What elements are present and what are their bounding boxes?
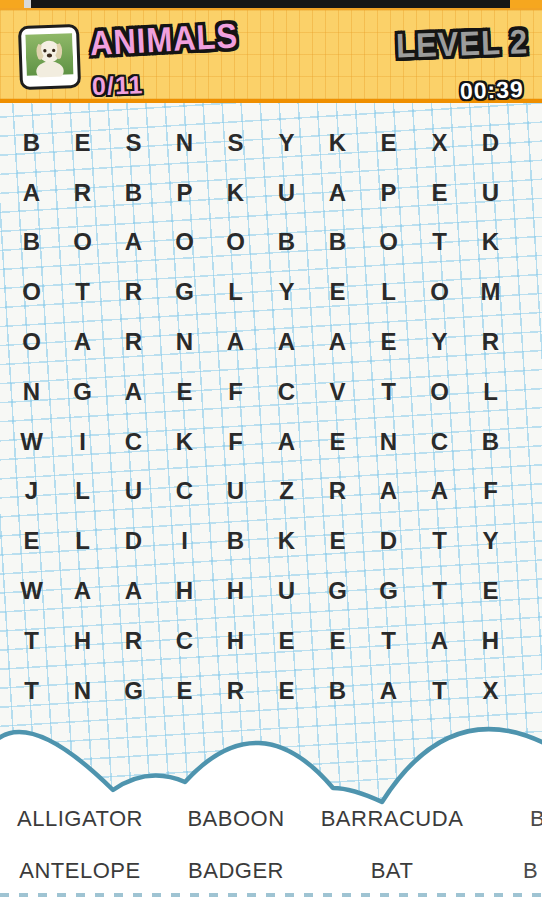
grid-cell[interactable]: L (465, 367, 516, 417)
grid-cell[interactable]: A (108, 218, 159, 268)
word-item: BADGER (158, 858, 314, 884)
grid-cell[interactable]: N (159, 317, 210, 367)
grid-cell[interactable]: A (312, 317, 363, 367)
grid-cell[interactable]: A (363, 467, 414, 517)
grid-cell[interactable]: B (210, 516, 261, 566)
grid-cell[interactable]: N (159, 118, 210, 168)
grid-cell[interactable]: I (159, 516, 210, 566)
grid-cell[interactable]: Y (261, 267, 312, 317)
grid-cell[interactable]: A (57, 566, 108, 616)
grid-cell[interactable]: K (159, 417, 210, 467)
grid-cell[interactable]: Y (414, 317, 465, 367)
level-label: LEVEL 2 (395, 22, 529, 66)
grid-cell[interactable]: G (363, 566, 414, 616)
grid-cell[interactable]: A (312, 168, 363, 218)
word-item-clipped: B (530, 806, 542, 832)
grid-cell[interactable]: O (414, 267, 465, 317)
category-photo-frame (18, 24, 81, 90)
grid-cell[interactable]: B (108, 168, 159, 218)
grid-cell[interactable]: X (414, 118, 465, 168)
grid-cell[interactable]: C (159, 616, 210, 666)
progress-count: 0/11 (91, 70, 143, 101)
grid-cell[interactable]: T (363, 367, 414, 417)
grid-cell[interactable]: Z (261, 467, 312, 517)
grid-cell[interactable]: E (414, 168, 465, 218)
grid-cell[interactable]: E (6, 516, 57, 566)
grid-cell[interactable]: E (465, 566, 516, 616)
grid-cell[interactable]: C (414, 417, 465, 467)
grid-cell[interactable]: E (261, 616, 312, 666)
bottom-scallop-dashes (0, 893, 542, 897)
word-item: ALLIGATOR (2, 806, 158, 832)
grid-cell[interactable]: O (57, 218, 108, 268)
grid-cell[interactable]: W (6, 566, 57, 616)
grid-cell[interactable]: F (210, 417, 261, 467)
grid-cell[interactable]: Y (465, 516, 516, 566)
grid-cell[interactable]: C (159, 467, 210, 517)
grid-cell[interactable]: H (159, 566, 210, 616)
puppy-photo-icon (25, 31, 74, 78)
grid-cell[interactable]: O (363, 218, 414, 268)
timer: 00:39 (460, 76, 525, 105)
grid-cell[interactable]: R (108, 317, 159, 367)
grid-cell[interactable]: R (312, 467, 363, 517)
grid-cell[interactable]: E (312, 417, 363, 467)
grid-cell[interactable]: E (363, 317, 414, 367)
grid-cell[interactable]: D (108, 516, 159, 566)
grid-cell[interactable]: E (312, 516, 363, 566)
grid-cell[interactable]: A (414, 467, 465, 517)
grid-cell[interactable]: O (159, 218, 210, 268)
grid-cell[interactable]: L (57, 516, 108, 566)
grid-cell[interactable]: B (6, 218, 57, 268)
grid-cell[interactable]: U (108, 467, 159, 517)
grid-cell[interactable]: H (210, 616, 261, 666)
grid-cell[interactable]: O (6, 317, 57, 367)
grid-cell[interactable]: S (108, 118, 159, 168)
grid-cell[interactable]: B (312, 218, 363, 268)
grid-cell[interactable]: O (210, 218, 261, 268)
grid-cell[interactable]: R (108, 616, 159, 666)
status-strip-black (31, 0, 510, 8)
grid-cell[interactable]: I (57, 417, 108, 467)
grid-cell[interactable]: G (57, 367, 108, 417)
grid-cell[interactable]: V (312, 367, 363, 417)
grid-cell[interactable]: E (363, 118, 414, 168)
grid-cell[interactable]: F (210, 367, 261, 417)
grid-cell[interactable]: L (210, 267, 261, 317)
grid-cell[interactable]: A (108, 367, 159, 417)
grid-cell[interactable]: A (108, 566, 159, 616)
grid-cell[interactable]: A (261, 417, 312, 467)
word-item: BARRACUDA (314, 806, 470, 832)
grid-cell[interactable]: H (465, 616, 516, 666)
grid-cell[interactable]: K (312, 118, 363, 168)
grid-cell[interactable]: A (6, 168, 57, 218)
grid-cell[interactable]: M (465, 267, 516, 317)
grid-cell[interactable]: O (414, 367, 465, 417)
grid-cell[interactable]: T (6, 616, 57, 666)
grid-cell[interactable]: T (414, 218, 465, 268)
word-item: BAT (314, 858, 470, 884)
grid-cell[interactable]: C (108, 417, 159, 467)
grid-cell[interactable]: B (465, 417, 516, 467)
grid-cell[interactable]: H (210, 566, 261, 616)
grid-cell[interactable]: T (414, 516, 465, 566)
grid-cell[interactable]: A (414, 616, 465, 666)
grid-cell[interactable]: P (363, 168, 414, 218)
word-item: BABOON (158, 806, 314, 832)
grid-cell[interactable]: L (57, 467, 108, 517)
grid-cell[interactable]: D (363, 516, 414, 566)
grid-cell[interactable]: R (465, 317, 516, 367)
grid-cell[interactable]: R (57, 168, 108, 218)
grid-cell[interactable]: E (159, 367, 210, 417)
grid-cell[interactable]: E (312, 616, 363, 666)
grid-cell[interactable]: D (465, 118, 516, 168)
word-row-1[interactable]: ANTELOPEBADGERBAT (2, 858, 470, 884)
status-strip-sliver (24, 0, 31, 8)
grid-cell[interactable]: U (261, 168, 312, 218)
grid-cell[interactable]: B (6, 118, 57, 168)
header: ANIMALS 0/11 LEVEL 2 00:39 (0, 8, 542, 103)
grid-cell[interactable]: E (57, 118, 108, 168)
grid-cell[interactable]: N (363, 417, 414, 467)
grid-cell[interactable]: P (159, 168, 210, 218)
grid-cell[interactable]: K (261, 516, 312, 566)
grid-cell[interactable]: T (414, 566, 465, 616)
category-title: ANIMALS (89, 16, 239, 64)
grid-cell[interactable]: U (261, 566, 312, 616)
grid-cell[interactable]: A (261, 317, 312, 367)
grid-cell[interactable]: O (6, 267, 57, 317)
grid-cell[interactable]: C (261, 367, 312, 417)
grid-cell[interactable]: W (6, 417, 57, 467)
grid-cell[interactable]: U (465, 168, 516, 218)
grid-cell[interactable]: G (159, 267, 210, 317)
grid-cell[interactable]: N (6, 367, 57, 417)
grid-cell[interactable]: Y (261, 118, 312, 168)
grid-cell[interactable]: L (363, 267, 414, 317)
grid-cell[interactable]: B (261, 218, 312, 268)
grid-cell[interactable]: H (57, 616, 108, 666)
grid-cell[interactable]: G (312, 566, 363, 616)
grid-cell[interactable]: T (363, 616, 414, 666)
letter-grid[interactable]: BESNSYKEXDARBPKUAPEUBOAOOBBOTKOTRGLYELOM… (6, 118, 516, 716)
word-item: ANTELOPE (2, 858, 158, 884)
grid-cell[interactable]: A (210, 317, 261, 367)
grid-cell[interactable]: K (465, 218, 516, 268)
word-search-screen: { "game": "word-search", "position": "BE… (0, 0, 542, 900)
grid-cell[interactable]: T (57, 267, 108, 317)
grid-cell[interactable]: U (210, 467, 261, 517)
grid-cell[interactable]: R (108, 267, 159, 317)
grid-cell[interactable]: J (6, 467, 57, 517)
grid-cell[interactable]: A (57, 317, 108, 367)
status-strip (0, 0, 542, 8)
grid-cell[interactable]: F (465, 467, 516, 517)
grid-cell[interactable]: K (210, 168, 261, 218)
word-item-clipped: B (523, 858, 538, 884)
grid-cell[interactable]: S (210, 118, 261, 168)
grid-cell[interactable]: E (312, 267, 363, 317)
word-row-0[interactable]: ALLIGATORBABOONBARRACUDA (2, 806, 470, 832)
